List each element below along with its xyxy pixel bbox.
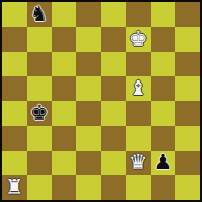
square-d6[interactable] xyxy=(76,52,101,77)
square-d4[interactable] xyxy=(76,101,101,126)
square-c6[interactable] xyxy=(52,52,77,77)
square-g2[interactable]: ♟ xyxy=(151,151,176,176)
square-h6[interactable] xyxy=(175,52,200,77)
square-h1[interactable] xyxy=(175,175,200,200)
square-b7[interactable] xyxy=(27,27,52,52)
square-b8[interactable]: ♞ xyxy=(27,2,52,27)
square-d5[interactable] xyxy=(76,76,101,101)
square-f2[interactable]: ♛ xyxy=(126,151,151,176)
chess-board: ♞♚♝♚♛♟♜ xyxy=(2,2,200,200)
square-g1[interactable] xyxy=(151,175,176,200)
square-d3[interactable] xyxy=(76,126,101,151)
square-h8[interactable] xyxy=(175,2,200,27)
square-f5[interactable]: ♝ xyxy=(126,76,151,101)
piece-black-knight[interactable]: ♞ xyxy=(30,4,49,25)
square-e8[interactable] xyxy=(101,2,126,27)
square-e3[interactable] xyxy=(101,126,126,151)
square-h7[interactable] xyxy=(175,27,200,52)
chess-board-frame: ♞♚♝♚♛♟♜ xyxy=(0,0,202,202)
square-a8[interactable] xyxy=(2,2,27,27)
square-e5[interactable] xyxy=(101,76,126,101)
square-e4[interactable] xyxy=(101,101,126,126)
square-c5[interactable] xyxy=(52,76,77,101)
piece-white-queen[interactable]: ♛ xyxy=(129,152,148,173)
square-f7[interactable]: ♚ xyxy=(126,27,151,52)
square-b1[interactable] xyxy=(27,175,52,200)
square-e7[interactable] xyxy=(101,27,126,52)
square-d1[interactable] xyxy=(76,175,101,200)
square-g7[interactable] xyxy=(151,27,176,52)
square-e6[interactable] xyxy=(101,52,126,77)
square-e1[interactable] xyxy=(101,175,126,200)
square-b2[interactable] xyxy=(27,151,52,176)
square-f1[interactable] xyxy=(126,175,151,200)
square-a6[interactable] xyxy=(2,52,27,77)
square-f4[interactable] xyxy=(126,101,151,126)
square-f8[interactable] xyxy=(126,2,151,27)
square-c4[interactable] xyxy=(52,101,77,126)
square-b6[interactable] xyxy=(27,52,52,77)
square-f3[interactable] xyxy=(126,126,151,151)
square-a3[interactable] xyxy=(2,126,27,151)
piece-white-rook[interactable]: ♜ xyxy=(5,177,24,198)
square-c2[interactable] xyxy=(52,151,77,176)
square-d2[interactable] xyxy=(76,151,101,176)
square-c7[interactable] xyxy=(52,27,77,52)
square-g6[interactable] xyxy=(151,52,176,77)
square-c3[interactable] xyxy=(52,126,77,151)
square-b4[interactable]: ♚ xyxy=(27,101,52,126)
square-h4[interactable] xyxy=(175,101,200,126)
piece-black-king[interactable]: ♚ xyxy=(30,103,49,124)
square-g4[interactable] xyxy=(151,101,176,126)
square-h2[interactable] xyxy=(175,151,200,176)
square-g3[interactable] xyxy=(151,126,176,151)
square-a5[interactable] xyxy=(2,76,27,101)
square-b3[interactable] xyxy=(27,126,52,151)
square-a2[interactable] xyxy=(2,151,27,176)
square-e2[interactable] xyxy=(101,151,126,176)
square-a1[interactable]: ♜ xyxy=(2,175,27,200)
square-b5[interactable] xyxy=(27,76,52,101)
square-g8[interactable] xyxy=(151,2,176,27)
piece-white-bishop[interactable]: ♝ xyxy=(129,78,148,99)
square-d7[interactable] xyxy=(76,27,101,52)
square-c1[interactable] xyxy=(52,175,77,200)
square-d8[interactable] xyxy=(76,2,101,27)
square-h5[interactable] xyxy=(175,76,200,101)
square-h3[interactable] xyxy=(175,126,200,151)
square-c8[interactable] xyxy=(52,2,77,27)
square-a4[interactable] xyxy=(2,101,27,126)
square-a7[interactable] xyxy=(2,27,27,52)
square-f6[interactable] xyxy=(126,52,151,77)
square-g5[interactable] xyxy=(151,76,176,101)
piece-black-pawn[interactable]: ♟ xyxy=(153,152,172,173)
piece-white-king[interactable]: ♚ xyxy=(129,29,148,50)
